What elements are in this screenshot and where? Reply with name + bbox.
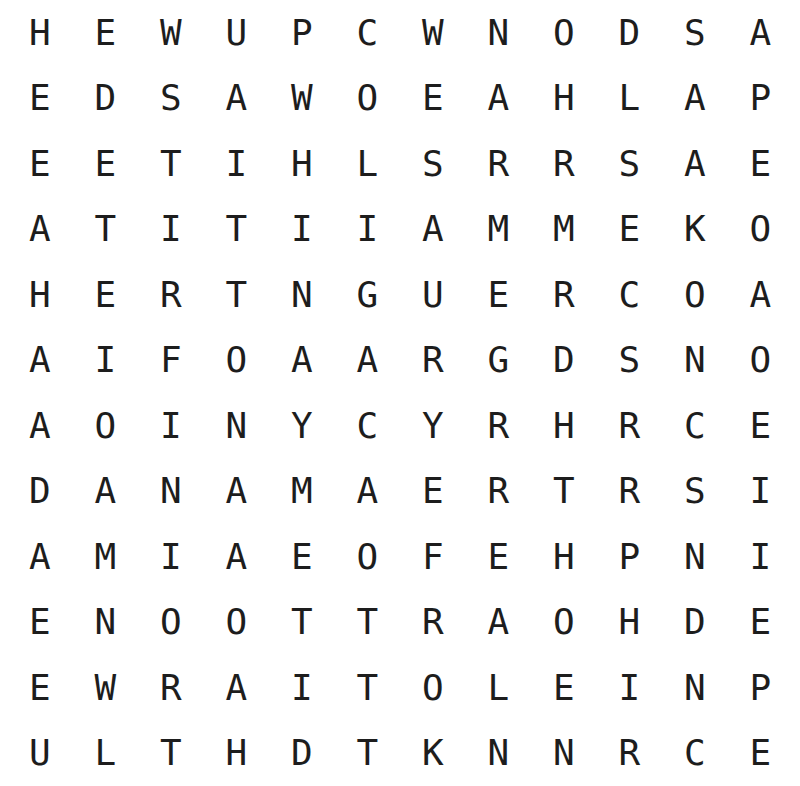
grid-cell[interactable]: E [531, 655, 597, 721]
grid-cell[interactable]: H [204, 721, 270, 786]
grid-cell[interactable]: M [73, 524, 139, 590]
grid-cell[interactable]: T [335, 721, 401, 786]
grid-cell[interactable]: M [531, 197, 597, 263]
grid-cell[interactable]: F [138, 328, 204, 394]
grid-cell[interactable]: O [138, 590, 204, 656]
grid-cell[interactable]: T [73, 197, 139, 263]
grid-cell[interactable]: H [7, 0, 73, 66]
grid-cell[interactable]: A [7, 197, 73, 263]
grid-cell[interactable]: U [204, 0, 270, 66]
grid-cell[interactable]: N [662, 328, 728, 394]
grid-cell[interactable]: N [662, 524, 728, 590]
grid-cell[interactable]: R [138, 655, 204, 721]
grid-cell[interactable]: M [269, 459, 335, 525]
grid-cell[interactable]: R [597, 721, 663, 786]
grid-cell[interactable]: L [597, 66, 663, 132]
grid-cell[interactable]: Y [269, 393, 335, 459]
grid-cell[interactable]: D [73, 66, 139, 132]
grid-cell[interactable]: N [138, 459, 204, 525]
grid-cell[interactable]: O [531, 590, 597, 656]
grid-cell[interactable]: E [7, 131, 73, 197]
grid-cell[interactable]: D [7, 459, 73, 525]
grid-cell[interactable]: O [73, 393, 139, 459]
grid-cell[interactable]: O [728, 197, 794, 263]
grid-cell[interactable]: E [73, 131, 139, 197]
grid-cell[interactable]: O [335, 66, 401, 132]
grid-cell[interactable]: G [466, 328, 532, 394]
grid-cell[interactable]: A [7, 393, 73, 459]
grid-cell[interactable]: C [662, 721, 728, 786]
grid-cell[interactable]: C [335, 0, 401, 66]
grid-cell[interactable]: T [138, 131, 204, 197]
grid-cell[interactable]: E [728, 721, 794, 786]
grid-cell[interactable]: C [335, 393, 401, 459]
grid-cell[interactable]: E [269, 524, 335, 590]
grid-cell[interactable]: W [400, 0, 466, 66]
grid-cell[interactable]: D [662, 590, 728, 656]
grid-cell[interactable]: E [400, 66, 466, 132]
grid-cell[interactable]: E [7, 590, 73, 656]
grid-cell[interactable]: O [335, 524, 401, 590]
grid-cell[interactable]: D [531, 328, 597, 394]
grid-cell[interactable]: E [728, 590, 794, 656]
grid-cell[interactable]: I [138, 197, 204, 263]
grid-cell[interactable]: E [73, 0, 139, 66]
grid-cell[interactable]: N [531, 721, 597, 786]
grid-cell[interactable]: N [73, 590, 139, 656]
grid-cell[interactable]: A [204, 524, 270, 590]
grid-cell[interactable]: W [73, 655, 139, 721]
grid-cell[interactable]: R [466, 393, 532, 459]
grid-cell[interactable]: H [597, 590, 663, 656]
grid-cell[interactable]: T [335, 590, 401, 656]
grid-cell[interactable]: F [400, 524, 466, 590]
grid-cell[interactable]: W [138, 0, 204, 66]
grid-cell[interactable]: A [73, 459, 139, 525]
grid-cell[interactable]: H [7, 262, 73, 328]
grid-cell[interactable]: E [7, 66, 73, 132]
grid-cell[interactable]: A [466, 590, 532, 656]
grid-cell[interactable]: T [204, 197, 270, 263]
grid-cell[interactable]: A [400, 197, 466, 263]
grid-cell[interactable]: G [335, 262, 401, 328]
grid-cell[interactable]: I [204, 131, 270, 197]
grid-cell[interactable]: R [138, 262, 204, 328]
grid-cell[interactable]: P [728, 66, 794, 132]
grid-cell[interactable]: R [466, 131, 532, 197]
grid-cell[interactable]: S [597, 328, 663, 394]
grid-cell[interactable]: E [7, 655, 73, 721]
grid-cell[interactable]: N [466, 721, 532, 786]
grid-cell[interactable]: W [269, 66, 335, 132]
grid-cell[interactable]: C [597, 262, 663, 328]
grid-cell[interactable]: P [728, 655, 794, 721]
word-search-board: HEWUPCWNODSAEDSAWOEAHLAPEETIHLSRRSAEATIT… [7, 0, 793, 786]
grid-cell[interactable]: E [728, 131, 794, 197]
grid-cell[interactable]: I [728, 524, 794, 590]
grid-cell[interactable]: S [400, 131, 466, 197]
grid-cell[interactable]: A [335, 459, 401, 525]
grid-cell[interactable]: A [662, 131, 728, 197]
grid-cell[interactable]: N [662, 655, 728, 721]
grid-cell[interactable]: H [531, 393, 597, 459]
grid-cell[interactable]: A [728, 262, 794, 328]
grid-cell[interactable]: H [269, 131, 335, 197]
grid-cell[interactable]: I [138, 393, 204, 459]
grid-cell[interactable]: R [400, 590, 466, 656]
grid-cell[interactable]: N [269, 262, 335, 328]
grid-cell[interactable]: A [7, 328, 73, 394]
grid-cell[interactable]: R [531, 131, 597, 197]
grid-cell[interactable]: I [335, 197, 401, 263]
grid-cell[interactable]: T [335, 655, 401, 721]
grid-cell[interactable]: I [138, 524, 204, 590]
grid-cell[interactable]: N [466, 0, 532, 66]
grid-cell[interactable]: L [73, 721, 139, 786]
grid-cell[interactable]: O [728, 328, 794, 394]
grid-cell[interactable]: E [400, 459, 466, 525]
grid-cell[interactable]: O [204, 328, 270, 394]
word-search-page: HEWUPCWNODSAEDSAWOEAHLAPEETIHLSRRSAEATIT… [0, 0, 800, 786]
grid-cell[interactable]: L [335, 131, 401, 197]
grid-cell[interactable]: A [7, 524, 73, 590]
grid-cell[interactable]: K [662, 197, 728, 263]
grid-cell[interactable]: R [597, 459, 663, 525]
grid-cell[interactable]: T [138, 721, 204, 786]
grid-cell[interactable]: I [597, 655, 663, 721]
grid-cell[interactable]: A [204, 655, 270, 721]
grid-cell[interactable]: I [269, 197, 335, 263]
grid-cell[interactable]: H [531, 524, 597, 590]
grid-cell[interactable]: T [269, 590, 335, 656]
grid-cell[interactable]: H [531, 66, 597, 132]
grid-cell[interactable]: P [597, 524, 663, 590]
grid-cell[interactable]: O [400, 655, 466, 721]
grid-cell[interactable]: R [597, 393, 663, 459]
grid-cell[interactable]: P [269, 0, 335, 66]
grid-cell[interactable]: O [204, 590, 270, 656]
grid-cell[interactable]: Y [400, 393, 466, 459]
grid-cell[interactable]: E [466, 262, 532, 328]
grid-cell[interactable]: E [466, 524, 532, 590]
grid-cell[interactable]: E [73, 262, 139, 328]
grid-cell[interactable]: A [335, 328, 401, 394]
grid-cell[interactable]: R [400, 328, 466, 394]
grid-cell[interactable]: E [728, 393, 794, 459]
grid-cell[interactable]: I [728, 459, 794, 525]
grid-cell[interactable]: E [597, 197, 663, 263]
grid-cell[interactable]: S [597, 131, 663, 197]
grid-cell[interactable]: A [204, 66, 270, 132]
grid-cell[interactable]: L [466, 655, 532, 721]
grid-cell[interactable]: N [204, 393, 270, 459]
grid-cell[interactable]: I [73, 328, 139, 394]
grid-cell[interactable]: R [466, 459, 532, 525]
grid-cell[interactable]: O [531, 0, 597, 66]
grid-cell[interactable]: D [597, 0, 663, 66]
grid-cell[interactable]: C [662, 393, 728, 459]
grid-cell[interactable]: A [204, 459, 270, 525]
grid-cell[interactable]: T [531, 459, 597, 525]
grid-cell[interactable]: O [662, 262, 728, 328]
grid-cell[interactable]: A [466, 66, 532, 132]
grid-cell[interactable]: A [662, 66, 728, 132]
grid-cell[interactable]: K [400, 721, 466, 786]
grid-cell[interactable]: U [7, 721, 73, 786]
grid-cell[interactable]: I [269, 655, 335, 721]
grid-cell[interactable]: A [269, 328, 335, 394]
grid-cell[interactable]: S [662, 0, 728, 66]
grid-cell[interactable]: M [466, 197, 532, 263]
grid-cell[interactable]: A [728, 0, 794, 66]
grid-cell[interactable]: S [138, 66, 204, 132]
grid-cell[interactable]: D [269, 721, 335, 786]
grid-cell[interactable]: R [531, 262, 597, 328]
grid-cell[interactable]: S [662, 459, 728, 525]
grid-cell[interactable]: U [400, 262, 466, 328]
grid-cell[interactable]: T [204, 262, 270, 328]
